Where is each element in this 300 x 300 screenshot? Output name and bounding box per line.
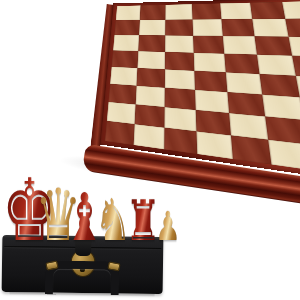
board-square (221, 19, 254, 36)
board-square (285, 18, 300, 37)
board-square (223, 36, 257, 55)
product-photo-stage: ♚ ♛ ♝ ♞ ♜ ♟ (0, 0, 300, 300)
board-square (282, 1, 300, 19)
board-square (192, 3, 221, 19)
board-square (194, 71, 227, 92)
board-square (105, 121, 135, 145)
board-square (114, 20, 139, 35)
board-square (138, 35, 165, 52)
board-square (165, 19, 193, 35)
board-square (220, 3, 252, 20)
board-square (165, 4, 192, 20)
board-square (165, 35, 194, 52)
board-square (165, 52, 194, 71)
board-square (255, 36, 293, 55)
board-square (116, 5, 141, 20)
board-square (226, 72, 262, 94)
board-square (231, 135, 272, 164)
board-square (196, 131, 232, 159)
piece-pawn-boxwood: ♟ (155, 206, 181, 246)
board-square (165, 69, 195, 89)
board-square (193, 36, 224, 54)
board-square (137, 68, 165, 88)
board-square (110, 67, 137, 86)
board-square (137, 51, 165, 69)
board-square (112, 50, 139, 68)
board-square (194, 53, 226, 73)
board-square (224, 54, 259, 74)
board-square (140, 5, 166, 20)
board-square (257, 55, 296, 76)
board-square (164, 128, 197, 154)
display-pieces-row: ♚ ♛ ♝ ♞ ♜ ♟ (0, 167, 186, 253)
board-square (113, 35, 139, 51)
board-square (260, 74, 300, 97)
board-square (268, 140, 300, 171)
board-square (193, 19, 223, 36)
board-square (250, 2, 285, 19)
board-square (252, 19, 288, 37)
board-square (139, 20, 165, 36)
board-square (134, 124, 165, 149)
